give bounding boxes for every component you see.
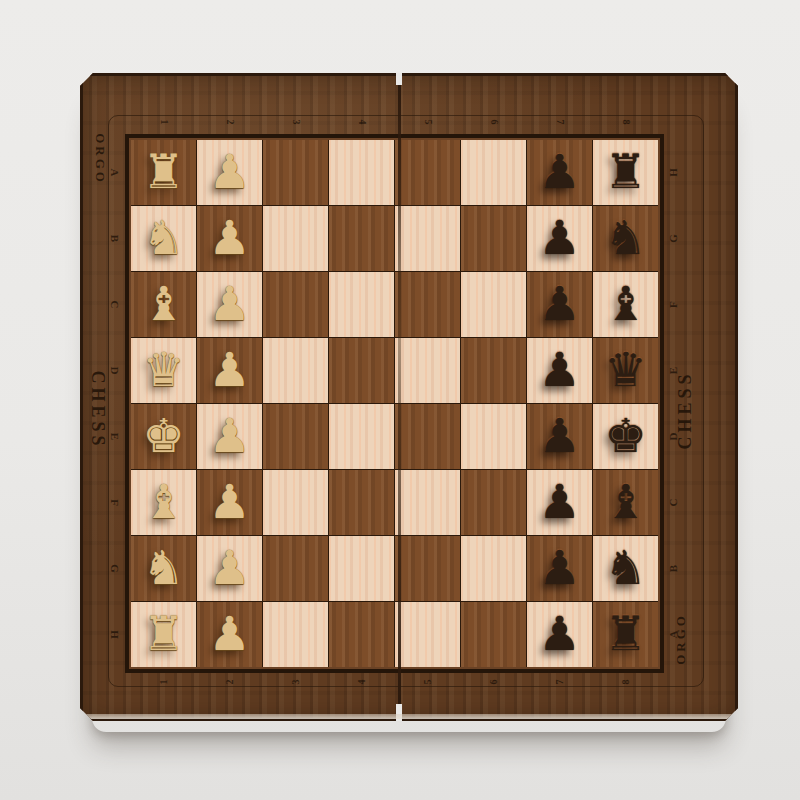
square-b4[interactable] [329,206,394,271]
piece-black-pawn[interactable]: ♟ [527,272,592,337]
piece-black-pawn[interactable]: ♟ [527,404,592,469]
square-d1[interactable]: ♛ [131,338,196,403]
square-f5[interactable] [395,470,460,535]
square-g8[interactable]: ♞ [593,536,658,601]
square-a5[interactable] [395,140,460,205]
piece-black-bishop[interactable]: ♝ [593,272,658,337]
piece-white-pawn[interactable]: ♟ [197,602,262,667]
square-b6[interactable] [461,206,526,271]
square-g5[interactable] [395,536,460,601]
square-h6[interactable] [461,602,526,667]
square-a2[interactable]: ♟ [197,140,262,205]
square-e1[interactable]: ♚ [131,404,196,469]
piece-black-pawn[interactable]: ♟ [527,536,592,601]
piece-black-knight[interactable]: ♞ [593,206,658,271]
piece-black-pawn[interactable]: ♟ [527,602,592,667]
square-d6[interactable] [461,338,526,403]
square-g6[interactable] [461,536,526,601]
brand-logo-top-left: ORGO [92,133,108,185]
piece-black-pawn[interactable]: ♟ [527,338,592,403]
square-e3[interactable] [263,404,328,469]
square-d7[interactable]: ♟ [527,338,592,403]
square-h4[interactable] [329,602,394,667]
square-e6[interactable] [461,404,526,469]
piece-white-pawn[interactable]: ♟ [197,272,262,337]
square-d4[interactable] [329,338,394,403]
piece-black-queen[interactable]: ♛ [593,338,658,403]
piece-black-pawn[interactable]: ♟ [527,470,592,535]
square-h7[interactable]: ♟ [527,602,592,667]
square-e7[interactable]: ♟ [527,404,592,469]
photo-background: ORGO CHESS CHESS ORGO 12345678 12345678 … [0,0,800,800]
file-labels-left: ABCDEFGH [105,140,123,667]
piece-black-rook[interactable]: ♜ [593,602,658,667]
square-f3[interactable] [263,470,328,535]
piece-black-rook[interactable]: ♜ [593,140,658,205]
chess-title-left: CHESS [87,370,108,449]
square-c1[interactable]: ♝ [131,272,196,337]
chess-board: ORGO CHESS CHESS ORGO 12345678 12345678 … [80,73,738,721]
square-g2[interactable]: ♟ [197,536,262,601]
square-c6[interactable] [461,272,526,337]
square-h2[interactable]: ♟ [197,602,262,667]
piece-white-pawn[interactable]: ♟ [197,140,262,205]
square-d5[interactable] [395,338,460,403]
piece-white-queen[interactable]: ♛ [131,338,196,403]
file-labels-right: HGFEDCBA [664,140,682,667]
square-g4[interactable] [329,536,394,601]
fold-seam [398,73,401,721]
square-d8[interactable]: ♛ [593,338,658,403]
square-b3[interactable] [263,206,328,271]
square-e8[interactable]: ♚ [593,404,658,469]
piece-black-knight[interactable]: ♞ [593,536,658,601]
square-g7[interactable]: ♟ [527,536,592,601]
square-f6[interactable] [461,470,526,535]
square-h8[interactable]: ♜ [593,602,658,667]
square-a7[interactable]: ♟ [527,140,592,205]
square-c2[interactable]: ♟ [197,272,262,337]
square-a8[interactable]: ♜ [593,140,658,205]
square-a1[interactable]: ♜ [131,140,196,205]
piece-white-knight[interactable]: ♞ [131,206,196,271]
piece-white-king[interactable]: ♚ [131,404,196,469]
square-c8[interactable]: ♝ [593,272,658,337]
piece-white-pawn[interactable]: ♟ [197,536,262,601]
square-c4[interactable] [329,272,394,337]
playing-area-frame: ♜♟♟♜♞♟♟♞♝♟♟♝♛♟♟♛♚♟♟♚♝♟♟♝♞♟♟♞♜♟♟♜ [125,134,664,673]
square-b1[interactable]: ♞ [131,206,196,271]
square-e2[interactable]: ♟ [197,404,262,469]
square-f2[interactable]: ♟ [197,470,262,535]
square-a3[interactable] [263,140,328,205]
square-h3[interactable] [263,602,328,667]
square-c5[interactable] [395,272,460,337]
square-b5[interactable] [395,206,460,271]
piece-white-knight[interactable]: ♞ [131,536,196,601]
square-f8[interactable]: ♝ [593,470,658,535]
piece-white-bishop[interactable]: ♝ [131,470,196,535]
square-e4[interactable] [329,404,394,469]
board-side-edge [86,714,732,719]
square-a4[interactable] [329,140,394,205]
square-b8[interactable]: ♞ [593,206,658,271]
piece-white-rook[interactable]: ♜ [131,140,196,205]
square-f7[interactable]: ♟ [527,470,592,535]
square-f4[interactable] [329,470,394,535]
brand-logo-bottom-right: ORGO [673,613,689,665]
piece-white-pawn[interactable]: ♟ [197,470,262,535]
square-d3[interactable] [263,338,328,403]
fold-gap-top [396,73,402,85]
chess-title-right: CHESS [675,370,696,449]
piece-white-pawn[interactable]: ♟ [197,338,262,403]
square-g3[interactable] [263,536,328,601]
piece-black-king[interactable]: ♚ [593,404,658,469]
rank-labels-top: 12345678 [131,113,658,131]
square-c7[interactable]: ♟ [527,272,592,337]
square-h5[interactable] [395,602,460,667]
board-grid: ♜♟♟♜♞♟♟♞♝♟♟♝♛♟♟♛♚♟♟♚♝♟♟♝♞♟♟♞♜♟♟♜ [131,140,658,667]
square-a6[interactable] [461,140,526,205]
square-e5[interactable] [395,404,460,469]
piece-black-pawn[interactable]: ♟ [527,140,592,205]
piece-white-pawn[interactable]: ♟ [197,206,262,271]
square-d2[interactable]: ♟ [197,338,262,403]
square-b2[interactable]: ♟ [197,206,262,271]
piece-black-pawn[interactable]: ♟ [527,206,592,271]
square-b7[interactable]: ♟ [527,206,592,271]
square-c3[interactable] [263,272,328,337]
piece-black-bishop[interactable]: ♝ [593,470,658,535]
piece-white-rook[interactable]: ♜ [131,602,196,667]
square-h1[interactable]: ♜ [131,602,196,667]
square-g1[interactable]: ♞ [131,536,196,601]
rank-labels-bottom: 12345678 [131,673,658,691]
square-f1[interactable]: ♝ [131,470,196,535]
piece-white-bishop[interactable]: ♝ [131,272,196,337]
piece-white-pawn[interactable]: ♟ [197,404,262,469]
